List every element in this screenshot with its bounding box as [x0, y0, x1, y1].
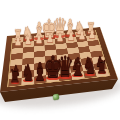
- square-h8: [8, 78, 21, 87]
- clasp-icon: [53, 94, 60, 101]
- product-photo: ♜♞♝♚♛♝♞♜♟♟♟♟♟♟♟♟♟♟♟♟♟♟♟♟♜♞♝♚♛♝♞♜: [0, 0, 120, 120]
- square-f8: [34, 75, 47, 83]
- board-frame: [8, 30, 109, 86]
- square-e8: [46, 74, 59, 82]
- board-grid: [8, 30, 109, 86]
- square-d8: [59, 73, 72, 81]
- square-a8: [95, 69, 109, 77]
- square-g8: [21, 77, 34, 86]
